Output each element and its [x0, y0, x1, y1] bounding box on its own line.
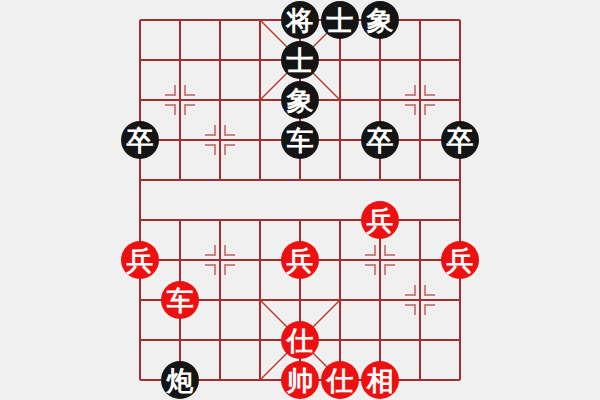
- piece-red-advisor[interactable]: 仕: [321, 361, 359, 399]
- marker-bracket-tl: [205, 125, 216, 136]
- marker-bracket-tr: [224, 125, 235, 136]
- piece-black-soldier[interactable]: 卒: [361, 121, 399, 159]
- marker-bracket-bl: [405, 304, 416, 315]
- marker-bracket-bl: [405, 104, 416, 115]
- cell-1-9: 炮: [160, 360, 200, 400]
- piece-red-elephant[interactable]: 相: [361, 361, 399, 399]
- piece-red-soldier[interactable]: 兵: [121, 241, 159, 279]
- piece-black-cannon[interactable]: 炮: [161, 361, 199, 399]
- marker-bracket-br: [424, 104, 435, 115]
- cell-6-0: 象: [360, 0, 400, 40]
- board-intersections: 将士象士象卒车卒卒兵兵兵兵车仕炮帅仕相: [120, 0, 480, 400]
- cell-5-9: 仕: [320, 360, 360, 400]
- piece-black-chariot[interactable]: 车: [281, 121, 319, 159]
- point-marker: [200, 120, 240, 160]
- cell-8-6: 兵: [440, 240, 480, 280]
- marker-bracket-br: [424, 304, 435, 315]
- marker-bracket-tl: [405, 285, 416, 296]
- cell-0-3: 卒: [120, 120, 160, 160]
- xiangqi-board: 将士象士象卒车卒卒兵兵兵兵车仕炮帅仕相: [0, 0, 600, 400]
- marker-bracket-bl: [365, 264, 376, 275]
- marker-bracket-tl: [165, 85, 176, 96]
- marker-bracket-bl: [205, 144, 216, 155]
- point-marker: [400, 80, 440, 120]
- cell-5-0: 士: [320, 0, 360, 40]
- cell-6-9: 相: [360, 360, 400, 400]
- marker-bracket-br: [224, 144, 235, 155]
- cell-8-3: 卒: [440, 120, 480, 160]
- piece-red-advisor[interactable]: 仕: [281, 321, 319, 359]
- cell-4-6: 兵: [280, 240, 320, 280]
- marker-bracket-bl: [165, 104, 176, 115]
- cell-4-3: 车: [280, 120, 320, 160]
- marker-bracket-tr: [384, 245, 395, 256]
- cell-6-5: 兵: [360, 200, 400, 240]
- point-marker: [200, 240, 240, 280]
- marker-bracket-tr: [184, 85, 195, 96]
- marker-bracket-br: [384, 264, 395, 275]
- piece-black-soldier[interactable]: 卒: [121, 121, 159, 159]
- cell-4-1: 士: [280, 40, 320, 80]
- cell-4-2: 象: [280, 80, 320, 120]
- piece-red-general[interactable]: 帅: [281, 361, 319, 399]
- piece-black-advisor[interactable]: 士: [281, 41, 319, 79]
- point-marker: [400, 280, 440, 320]
- piece-black-soldier[interactable]: 卒: [441, 121, 479, 159]
- piece-black-general[interactable]: 将: [281, 1, 319, 39]
- marker-bracket-br: [224, 264, 235, 275]
- marker-bracket-tl: [405, 85, 416, 96]
- marker-bracket-tl: [365, 245, 376, 256]
- cell-4-8: 仕: [280, 320, 320, 360]
- marker-bracket-tr: [424, 85, 435, 96]
- cell-1-7: 车: [160, 280, 200, 320]
- piece-red-soldier[interactable]: 兵: [361, 201, 399, 239]
- marker-bracket-tr: [424, 285, 435, 296]
- cell-4-9: 帅: [280, 360, 320, 400]
- cell-4-0: 将: [280, 0, 320, 40]
- marker-bracket-tr: [224, 245, 235, 256]
- piece-red-chariot[interactable]: 车: [161, 281, 199, 319]
- cell-6-3: 卒: [360, 120, 400, 160]
- point-marker: [360, 240, 400, 280]
- piece-red-soldier[interactable]: 兵: [281, 241, 319, 279]
- piece-red-soldier[interactable]: 兵: [441, 241, 479, 279]
- marker-bracket-bl: [205, 264, 216, 275]
- piece-black-elephant[interactable]: 象: [361, 1, 399, 39]
- marker-bracket-tl: [205, 245, 216, 256]
- point-marker: [160, 80, 200, 120]
- piece-black-advisor[interactable]: 士: [321, 1, 359, 39]
- marker-bracket-br: [184, 104, 195, 115]
- piece-black-elephant[interactable]: 象: [281, 81, 319, 119]
- cell-0-6: 兵: [120, 240, 160, 280]
